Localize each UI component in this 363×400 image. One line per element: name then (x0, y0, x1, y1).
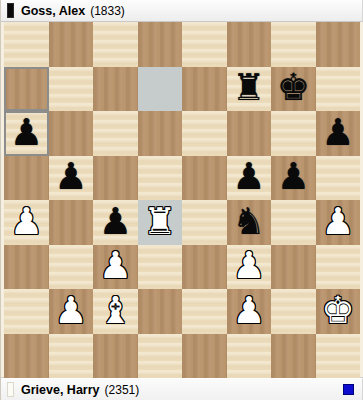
square-g7[interactable]: ♚ (271, 67, 316, 112)
square-b1[interactable] (49, 334, 94, 379)
top-player-rating: (1833) (90, 4, 125, 18)
square-b3[interactable] (49, 245, 94, 290)
square-e8[interactable] (182, 22, 227, 67)
piece-black-pawn[interactable]: ♟ (99, 203, 132, 240)
top-player-bar: Goss, Alex (1833) (1, 0, 363, 22)
square-d4[interactable]: ♜ (138, 200, 183, 245)
square-a6[interactable]: ♟ (4, 111, 49, 156)
square-g6[interactable] (271, 111, 316, 156)
square-d5[interactable] (138, 156, 183, 201)
square-c1[interactable] (93, 334, 138, 379)
square-a7[interactable] (4, 67, 49, 112)
square-d8[interactable] (138, 22, 183, 67)
square-d7[interactable] (138, 67, 183, 112)
square-g4[interactable] (271, 200, 316, 245)
square-e3[interactable] (182, 245, 227, 290)
piece-white-pawn[interactable]: ♟ (99, 247, 132, 284)
square-f5[interactable]: ♟ (227, 156, 272, 201)
chess-board: ♜♚♟♟♟♟♟♟♟♜♞♟♟♟♟♝♟♚ (4, 22, 360, 378)
piece-black-king[interactable]: ♚ (277, 69, 310, 106)
piece-black-knight[interactable]: ♞ (232, 203, 265, 240)
square-e5[interactable] (182, 156, 227, 201)
square-a2[interactable] (4, 289, 49, 334)
square-e7[interactable] (182, 67, 227, 112)
square-h8[interactable] (316, 22, 361, 67)
square-a5[interactable] (4, 156, 49, 201)
square-f6[interactable] (227, 111, 272, 156)
piece-black-rook[interactable]: ♜ (232, 69, 265, 106)
square-a3[interactable] (4, 245, 49, 290)
square-f3[interactable]: ♟ (227, 245, 272, 290)
square-f1[interactable] (227, 334, 272, 379)
square-c3[interactable]: ♟ (93, 245, 138, 290)
square-a8[interactable] (4, 22, 49, 67)
square-f4[interactable]: ♞ (227, 200, 272, 245)
square-b5[interactable]: ♟ (49, 156, 94, 201)
square-c4[interactable]: ♟ (93, 200, 138, 245)
top-player-name: Goss, Alex (21, 4, 85, 18)
square-c8[interactable] (93, 22, 138, 67)
square-c6[interactable] (93, 111, 138, 156)
square-g2[interactable] (271, 289, 316, 334)
square-h1[interactable] (316, 334, 361, 379)
square-b6[interactable] (49, 111, 94, 156)
side-to-move-indicator (343, 384, 354, 395)
square-g5[interactable]: ♟ (271, 156, 316, 201)
square-d3[interactable] (138, 245, 183, 290)
chess-game-window: Goss, Alex (1833) ♜♚♟♟♟♟♟♟♟♜♞♟♟♟♟♝♟♚ Gri… (0, 0, 363, 400)
piece-white-pawn[interactable]: ♟ (232, 247, 265, 284)
square-e2[interactable] (182, 289, 227, 334)
square-e4[interactable] (182, 200, 227, 245)
square-c5[interactable] (93, 156, 138, 201)
bottom-player-rating: (2351) (105, 383, 140, 397)
square-d1[interactable] (138, 334, 183, 379)
square-e6[interactable] (182, 111, 227, 156)
piece-white-pawn[interactable]: ♟ (54, 292, 87, 329)
square-h5[interactable] (316, 156, 361, 201)
piece-black-pawn[interactable]: ♟ (232, 158, 265, 195)
piece-white-bishop[interactable]: ♝ (99, 292, 132, 329)
square-b4[interactable] (49, 200, 94, 245)
bottom-player-name: Grieve, Harry (21, 383, 100, 397)
square-f2[interactable]: ♟ (227, 289, 272, 334)
bottom-player-bar: Grieve, Harry (2351) (1, 378, 363, 400)
square-f8[interactable] (227, 22, 272, 67)
square-b2[interactable]: ♟ (49, 289, 94, 334)
white-player-icon (7, 382, 14, 397)
square-d2[interactable] (138, 289, 183, 334)
square-d6[interactable] (138, 111, 183, 156)
square-h4[interactable]: ♟ (316, 200, 361, 245)
square-h7[interactable] (316, 67, 361, 112)
piece-black-pawn[interactable]: ♟ (321, 114, 354, 151)
square-f7[interactable]: ♜ (227, 67, 272, 112)
square-g8[interactable] (271, 22, 316, 67)
board-area: ♜♚♟♟♟♟♟♟♟♜♞♟♟♟♟♝♟♚ (1, 22, 363, 378)
piece-white-pawn[interactable]: ♟ (232, 292, 265, 329)
square-b7[interactable] (49, 67, 94, 112)
piece-black-pawn[interactable]: ♟ (277, 158, 310, 195)
piece-white-pawn[interactable]: ♟ (321, 203, 354, 240)
piece-black-pawn[interactable]: ♟ (10, 114, 43, 151)
black-player-icon (7, 3, 14, 18)
square-c2[interactable]: ♝ (93, 289, 138, 334)
square-c7[interactable] (93, 67, 138, 112)
piece-black-pawn[interactable]: ♟ (54, 158, 87, 195)
square-h6[interactable]: ♟ (316, 111, 361, 156)
square-e1[interactable] (182, 334, 227, 379)
piece-white-king[interactable]: ♚ (321, 292, 354, 329)
square-g3[interactable] (271, 245, 316, 290)
square-a1[interactable] (4, 334, 49, 379)
piece-white-rook[interactable]: ♜ (143, 203, 176, 240)
square-h2[interactable]: ♚ (316, 289, 361, 334)
piece-white-pawn[interactable]: ♟ (10, 203, 43, 240)
square-g1[interactable] (271, 334, 316, 379)
square-b8[interactable] (49, 22, 94, 67)
square-h3[interactable] (316, 245, 361, 290)
square-a4[interactable]: ♟ (4, 200, 49, 245)
